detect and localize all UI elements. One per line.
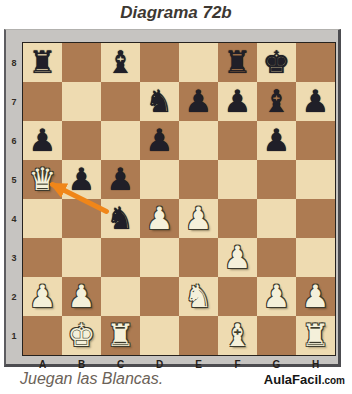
square-c2 — [101, 277, 140, 316]
black-pawn-a6: ♟ — [29, 121, 57, 160]
white-pawn-e4: ♟ — [185, 199, 213, 238]
square-d3 — [140, 238, 179, 277]
square-e6 — [179, 121, 218, 160]
file-label-e: E — [179, 358, 218, 370]
file-label-c: C — [101, 358, 140, 370]
square-f7: ♟ — [218, 82, 257, 121]
square-c3 — [101, 238, 140, 277]
rank-label-1: 1 — [6, 316, 22, 355]
file-label-f: F — [218, 358, 257, 370]
square-c8: ♝ — [101, 43, 140, 82]
square-f1: ♝ — [218, 316, 257, 355]
black-pawn-c5: ♟ — [107, 160, 135, 199]
board: ♜♝♜♚♞♟♟♝♟♟♟♟♛♟♟♞♟♟♟♟♟♞♟♟♚♜♝♜ — [22, 42, 336, 356]
file-label-a: A — [23, 358, 62, 370]
black-rook-a8: ♜ — [29, 43, 57, 82]
square-d1 — [140, 316, 179, 355]
square-a3 — [23, 238, 62, 277]
square-b2: ♟ — [62, 277, 101, 316]
black-knight-c4: ♞ — [107, 199, 135, 238]
square-b5: ♟ — [62, 160, 101, 199]
file-label-d: D — [140, 358, 179, 370]
rank-label-6: 6 — [6, 121, 22, 160]
square-h6 — [296, 121, 335, 160]
square-d8 — [140, 43, 179, 82]
brand-tld: .com — [322, 375, 345, 386]
black-rook-f8: ♜ — [224, 43, 252, 82]
rank-label-5: 5 — [6, 160, 22, 199]
square-c5: ♟ — [101, 160, 140, 199]
black-knight-d7: ♞ — [146, 82, 174, 121]
file-labels: ABCDEFGH — [23, 358, 335, 370]
black-pawn-g6: ♟ — [263, 121, 291, 160]
square-c1: ♜ — [101, 316, 140, 355]
square-f8: ♜ — [218, 43, 257, 82]
square-a8: ♜ — [23, 43, 62, 82]
file-label-h: H — [296, 358, 335, 370]
square-g1 — [257, 316, 296, 355]
square-h8 — [296, 43, 335, 82]
square-g2: ♟ — [257, 277, 296, 316]
square-f4 — [218, 199, 257, 238]
square-f3: ♟ — [218, 238, 257, 277]
square-f5 — [218, 160, 257, 199]
square-d4: ♟ — [140, 199, 179, 238]
square-a1 — [23, 316, 62, 355]
rank-label-4: 4 — [6, 199, 22, 238]
square-e4: ♟ — [179, 199, 218, 238]
square-b1: ♚ — [62, 316, 101, 355]
square-d2 — [140, 277, 179, 316]
square-c6 — [101, 121, 140, 160]
square-c7 — [101, 82, 140, 121]
black-pawn-h7: ♟ — [302, 82, 330, 121]
white-pawn-d4: ♟ — [146, 199, 174, 238]
square-b4 — [62, 199, 101, 238]
black-pawn-f7: ♟ — [224, 82, 252, 121]
square-h3 — [296, 238, 335, 277]
square-f2 — [218, 277, 257, 316]
square-g6: ♟ — [257, 121, 296, 160]
black-pawn-e7: ♟ — [185, 82, 213, 121]
white-knight-e2: ♞ — [185, 277, 213, 316]
square-e7: ♟ — [179, 82, 218, 121]
square-b3 — [62, 238, 101, 277]
white-pawn-h2: ♟ — [302, 277, 330, 316]
rank-label-7: 7 — [6, 82, 22, 121]
square-b6 — [62, 121, 101, 160]
square-a7 — [23, 82, 62, 121]
file-label-g: G — [257, 358, 296, 370]
white-pawn-g2: ♟ — [263, 277, 291, 316]
white-king-b1: ♚ — [68, 316, 96, 355]
square-g5 — [257, 160, 296, 199]
white-rook-h1: ♜ — [302, 316, 330, 355]
black-pawn-d6: ♟ — [146, 121, 174, 160]
square-g7: ♝ — [257, 82, 296, 121]
square-g8: ♚ — [257, 43, 296, 82]
black-pawn-b5: ♟ — [68, 160, 96, 199]
diagram-title: Diagrama 72b — [0, 3, 352, 23]
square-g3 — [257, 238, 296, 277]
file-label-b: B — [62, 358, 101, 370]
square-f6 — [218, 121, 257, 160]
white-bishop-f1: ♝ — [224, 316, 252, 355]
square-g4 — [257, 199, 296, 238]
square-e1 — [179, 316, 218, 355]
white-pawn-b2: ♟ — [68, 277, 96, 316]
page: Diagrama 72b 87654321 ♜♝♜♚♞♟♟♝♟♟♟♟♛♟♟♞♟♟… — [0, 0, 352, 394]
black-bishop-g7: ♝ — [263, 82, 291, 121]
square-a5: ♛ — [23, 160, 62, 199]
brand-name: AulaFacil — [264, 372, 322, 387]
square-d7: ♞ — [140, 82, 179, 121]
square-e3 — [179, 238, 218, 277]
square-a6: ♟ — [23, 121, 62, 160]
white-rook-c1: ♜ — [107, 316, 135, 355]
square-h2: ♟ — [296, 277, 335, 316]
rank-label-3: 3 — [6, 238, 22, 277]
square-h7: ♟ — [296, 82, 335, 121]
square-e8 — [179, 43, 218, 82]
square-d5 — [140, 160, 179, 199]
square-h5 — [296, 160, 335, 199]
square-h4 — [296, 199, 335, 238]
bottom-row: Juegan las Blancas. AulaFacil.com — [0, 370, 352, 388]
white-pawn-a2: ♟ — [29, 277, 57, 316]
square-a2: ♟ — [23, 277, 62, 316]
square-h1: ♜ — [296, 316, 335, 355]
board-frame: 87654321 ♜♝♜♚♞♟♟♝♟♟♟♟♛♟♟♞♟♟♟♟♟♞♟♟♚♜♝♜ AB… — [4, 29, 341, 367]
square-a4 — [23, 199, 62, 238]
black-king-g8: ♚ — [263, 43, 291, 82]
rank-label-2: 2 — [6, 277, 22, 316]
square-d6: ♟ — [140, 121, 179, 160]
square-b7 — [62, 82, 101, 121]
rank-labels: 87654321 — [6, 43, 22, 355]
caption: Juegan las Blancas. — [20, 370, 163, 388]
black-bishop-c8: ♝ — [107, 43, 135, 82]
white-pawn-f3: ♟ — [224, 238, 252, 277]
white-queen-a5: ♛ — [29, 160, 57, 199]
rank-label-8: 8 — [6, 43, 22, 82]
square-e2: ♞ — [179, 277, 218, 316]
square-b8 — [62, 43, 101, 82]
brand-logo: AulaFacil.com — [264, 370, 345, 388]
square-c4: ♞ — [101, 199, 140, 238]
square-e5 — [179, 160, 218, 199]
